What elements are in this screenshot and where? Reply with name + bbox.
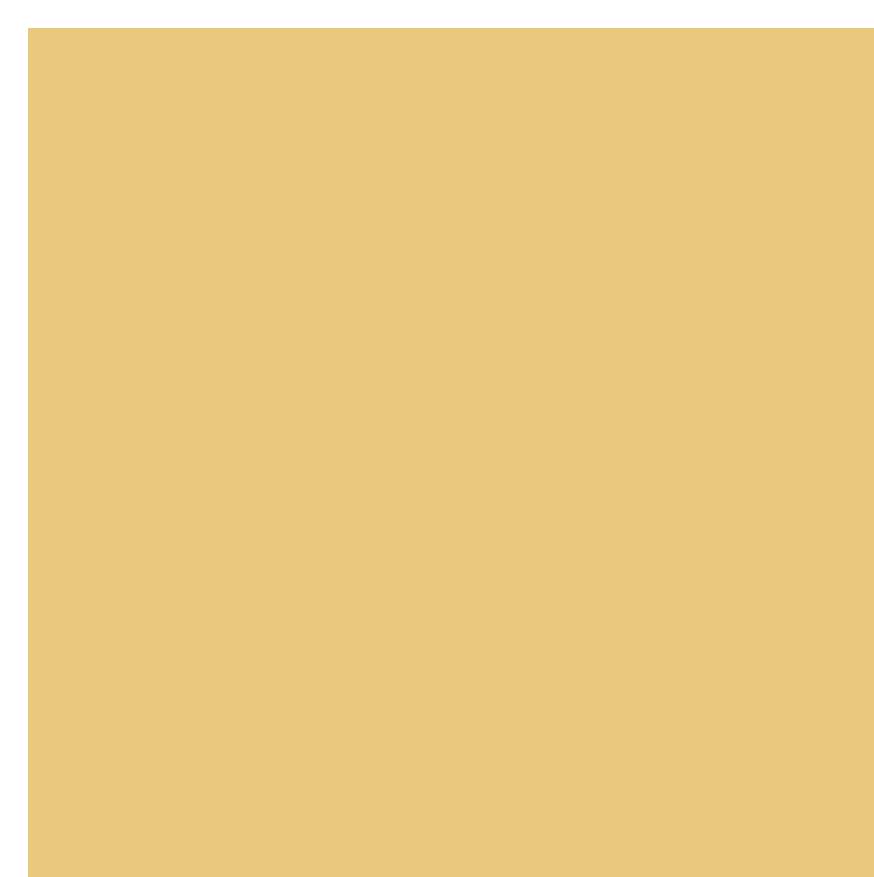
column-labels bbox=[0, 0, 874, 28]
row-labels bbox=[0, 0, 28, 877]
go-diagram-page bbox=[0, 0, 874, 877]
stone-grid bbox=[40, 40, 864, 864]
